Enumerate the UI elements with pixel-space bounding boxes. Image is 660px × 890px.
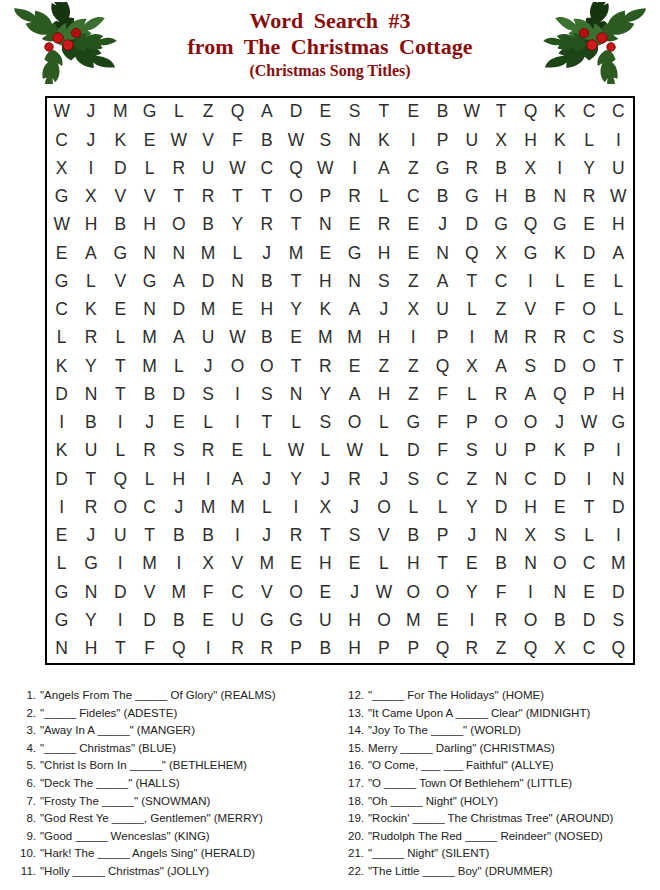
grid-cell-r20c11[interactable]: H bbox=[340, 635, 369, 663]
grid-cell-r16c6[interactable]: B bbox=[193, 522, 222, 550]
grid-cell-r3c7[interactable]: W bbox=[223, 155, 252, 183]
grid-cell-r11c9[interactable]: N bbox=[281, 381, 310, 409]
grid-cell-r12c20[interactable]: G bbox=[604, 409, 633, 437]
grid-cell-r11c20[interactable]: H bbox=[604, 381, 633, 409]
grid-cell-r17c5[interactable]: I bbox=[164, 550, 193, 578]
grid-cell-r4c15[interactable]: G bbox=[457, 183, 486, 211]
grid-cell-r8c2[interactable]: K bbox=[76, 296, 105, 324]
grid-cell-r6c6[interactable]: M bbox=[193, 239, 222, 267]
grid-cell-r13c16[interactable]: U bbox=[486, 437, 515, 465]
grid-cell-r2c1[interactable]: C bbox=[47, 126, 76, 154]
grid-cell-r10c14[interactable]: Q bbox=[428, 352, 457, 380]
grid-cell-r2c4[interactable]: E bbox=[135, 126, 164, 154]
grid-cell-r11c6[interactable]: S bbox=[193, 381, 222, 409]
grid-cell-r1c15[interactable]: W bbox=[457, 98, 486, 126]
grid-cell-r12c2[interactable]: B bbox=[76, 409, 105, 437]
grid-cell-r4c6[interactable]: R bbox=[193, 183, 222, 211]
grid-cell-r16c3[interactable]: U bbox=[106, 522, 135, 550]
grid-cell-r6c12[interactable]: H bbox=[369, 239, 398, 267]
grid-cell-r7c11[interactable]: N bbox=[340, 268, 369, 296]
grid-cell-r5c18[interactable]: G bbox=[545, 211, 574, 239]
grid-cell-r11c4[interactable]: B bbox=[135, 381, 164, 409]
grid-cell-r17c18[interactable]: O bbox=[545, 550, 574, 578]
grid-cell-r1c8[interactable]: A bbox=[252, 98, 281, 126]
grid-cell-r15c1[interactable]: I bbox=[47, 494, 76, 522]
grid-cell-r2c7[interactable]: F bbox=[223, 126, 252, 154]
grid-cell-r4c19[interactable]: R bbox=[574, 183, 603, 211]
grid-cell-r17c20[interactable]: M bbox=[604, 550, 633, 578]
grid-cell-r8c6[interactable]: M bbox=[193, 296, 222, 324]
grid-cell-r3c15[interactable]: R bbox=[457, 155, 486, 183]
grid-cell-r6c1[interactable]: E bbox=[47, 239, 76, 267]
grid-cell-r9c16[interactable]: M bbox=[486, 324, 515, 352]
grid-cell-r4c3[interactable]: V bbox=[106, 183, 135, 211]
grid-cell-r2c17[interactable]: H bbox=[516, 126, 545, 154]
grid-cell-r6c14[interactable]: N bbox=[428, 239, 457, 267]
grid-cell-r2c20[interactable]: I bbox=[604, 126, 633, 154]
grid-cell-r20c13[interactable]: P bbox=[399, 635, 428, 663]
grid-cell-r9c10[interactable]: M bbox=[311, 324, 340, 352]
grid-cell-r9c12[interactable]: H bbox=[369, 324, 398, 352]
grid-cell-r19c17[interactable]: O bbox=[516, 607, 545, 635]
grid-cell-r14c19[interactable]: I bbox=[574, 465, 603, 493]
grid-cell-r9c3[interactable]: L bbox=[106, 324, 135, 352]
grid-cell-r6c15[interactable]: Q bbox=[457, 239, 486, 267]
grid-cell-r19c19[interactable]: D bbox=[574, 607, 603, 635]
grid-cell-r18c4[interactable]: V bbox=[135, 578, 164, 606]
grid-cell-r7c6[interactable]: D bbox=[193, 268, 222, 296]
grid-cell-r11c2[interactable]: N bbox=[76, 381, 105, 409]
grid-cell-r15c11[interactable]: J bbox=[340, 494, 369, 522]
grid-cell-r17c14[interactable]: T bbox=[428, 550, 457, 578]
grid-cell-r16c15[interactable]: J bbox=[457, 522, 486, 550]
grid-cell-r14c15[interactable]: Z bbox=[457, 465, 486, 493]
grid-cell-r5c16[interactable]: G bbox=[486, 211, 515, 239]
grid-cell-r8c17[interactable]: V bbox=[516, 296, 545, 324]
grid-cell-r20c4[interactable]: F bbox=[135, 635, 164, 663]
grid-cell-r7c9[interactable]: T bbox=[281, 268, 310, 296]
grid-cell-r7c17[interactable]: I bbox=[516, 268, 545, 296]
grid-cell-r14c7[interactable]: A bbox=[223, 465, 252, 493]
grid-cell-r18c18[interactable]: N bbox=[545, 578, 574, 606]
grid-cell-r15c17[interactable]: H bbox=[516, 494, 545, 522]
grid-cell-r4c12[interactable]: L bbox=[369, 183, 398, 211]
grid-cell-r12c19[interactable]: W bbox=[574, 409, 603, 437]
grid-cell-r10c1[interactable]: K bbox=[47, 352, 76, 380]
grid-cell-r8c7[interactable]: E bbox=[223, 296, 252, 324]
grid-cell-r12c10[interactable]: S bbox=[311, 409, 340, 437]
grid-cell-r6c11[interactable]: G bbox=[340, 239, 369, 267]
grid-cell-r13c14[interactable]: F bbox=[428, 437, 457, 465]
grid-cell-r12c7[interactable]: I bbox=[223, 409, 252, 437]
grid-cell-r4c2[interactable]: X bbox=[76, 183, 105, 211]
grid-cell-r14c20[interactable]: N bbox=[604, 465, 633, 493]
grid-cell-r17c7[interactable]: V bbox=[223, 550, 252, 578]
grid-cell-r11c14[interactable]: F bbox=[428, 381, 457, 409]
grid-cell-r4c17[interactable]: B bbox=[516, 183, 545, 211]
grid-cell-r13c18[interactable]: K bbox=[545, 437, 574, 465]
grid-cell-r2c19[interactable]: L bbox=[574, 126, 603, 154]
grid-cell-r12c12[interactable]: L bbox=[369, 409, 398, 437]
grid-cell-r7c8[interactable]: B bbox=[252, 268, 281, 296]
grid-cell-r5c1[interactable]: W bbox=[47, 211, 76, 239]
grid-cell-r11c5[interactable]: D bbox=[164, 381, 193, 409]
grid-cell-r8c4[interactable]: N bbox=[135, 296, 164, 324]
grid-cell-r19c7[interactable]: U bbox=[223, 607, 252, 635]
grid-cell-r15c16[interactable]: D bbox=[486, 494, 515, 522]
grid-cell-r9c1[interactable]: L bbox=[47, 324, 76, 352]
grid-cell-r3c12[interactable]: A bbox=[369, 155, 398, 183]
grid-cell-r14c4[interactable]: L bbox=[135, 465, 164, 493]
grid-cell-r6c17[interactable]: G bbox=[516, 239, 545, 267]
grid-cell-r9c8[interactable]: B bbox=[252, 324, 281, 352]
grid-cell-r8c3[interactable]: E bbox=[106, 296, 135, 324]
grid-cell-r18c8[interactable]: V bbox=[252, 578, 281, 606]
grid-cell-r12c18[interactable]: J bbox=[545, 409, 574, 437]
grid-cell-r20c14[interactable]: Q bbox=[428, 635, 457, 663]
grid-cell-r6c2[interactable]: A bbox=[76, 239, 105, 267]
grid-cell-r7c3[interactable]: V bbox=[106, 268, 135, 296]
grid-cell-r8c13[interactable]: X bbox=[399, 296, 428, 324]
grid-cell-r19c6[interactable]: E bbox=[193, 607, 222, 635]
grid-cell-r6c16[interactable]: X bbox=[486, 239, 515, 267]
grid-cell-r13c1[interactable]: K bbox=[47, 437, 76, 465]
grid-cell-r19c9[interactable]: G bbox=[281, 607, 310, 635]
grid-cell-r19c2[interactable]: Y bbox=[76, 607, 105, 635]
grid-cell-r2c9[interactable]: W bbox=[281, 126, 310, 154]
grid-cell-r18c3[interactable]: D bbox=[106, 578, 135, 606]
grid-cell-r20c6[interactable]: I bbox=[193, 635, 222, 663]
grid-cell-r16c10[interactable]: T bbox=[311, 522, 340, 550]
grid-cell-r10c7[interactable]: O bbox=[223, 352, 252, 380]
grid-cell-r8c19[interactable]: O bbox=[574, 296, 603, 324]
grid-cell-r10c4[interactable]: M bbox=[135, 352, 164, 380]
grid-cell-r6c10[interactable]: E bbox=[311, 239, 340, 267]
grid-cell-r4c1[interactable]: G bbox=[47, 183, 76, 211]
grid-cell-r10c2[interactable]: Y bbox=[76, 352, 105, 380]
grid-cell-r2c16[interactable]: X bbox=[486, 126, 515, 154]
grid-cell-r8c9[interactable]: Y bbox=[281, 296, 310, 324]
grid-cell-r18c13[interactable]: O bbox=[399, 578, 428, 606]
grid-cell-r7c12[interactable]: S bbox=[369, 268, 398, 296]
grid-cell-r15c15[interactable]: Y bbox=[457, 494, 486, 522]
grid-cell-r1c7[interactable]: Q bbox=[223, 98, 252, 126]
grid-cell-r3c11[interactable]: I bbox=[340, 155, 369, 183]
grid-cell-r1c3[interactable]: M bbox=[106, 98, 135, 126]
grid-cell-r14c10[interactable]: J bbox=[311, 465, 340, 493]
grid-cell-r7c15[interactable]: T bbox=[457, 268, 486, 296]
grid-cell-r3c6[interactable]: U bbox=[193, 155, 222, 183]
grid-cell-r4c9[interactable]: O bbox=[281, 183, 310, 211]
grid-cell-r10c6[interactable]: J bbox=[193, 352, 222, 380]
grid-cell-r14c2[interactable]: T bbox=[76, 465, 105, 493]
grid-cell-r14c9[interactable]: Y bbox=[281, 465, 310, 493]
grid-cell-r14c16[interactable]: N bbox=[486, 465, 515, 493]
grid-cell-r6c7[interactable]: L bbox=[223, 239, 252, 267]
grid-cell-r10c17[interactable]: S bbox=[516, 352, 545, 380]
grid-cell-r20c20[interactable]: Q bbox=[604, 635, 633, 663]
grid-cell-r15c9[interactable]: I bbox=[281, 494, 310, 522]
grid-cell-r10c11[interactable]: E bbox=[340, 352, 369, 380]
grid-cell-r3c19[interactable]: Y bbox=[574, 155, 603, 183]
grid-cell-r11c13[interactable]: Z bbox=[399, 381, 428, 409]
grid-cell-r7c20[interactable]: L bbox=[604, 268, 633, 296]
grid-cell-r15c20[interactable]: D bbox=[604, 494, 633, 522]
grid-cell-r15c13[interactable]: L bbox=[399, 494, 428, 522]
grid-cell-r16c11[interactable]: S bbox=[340, 522, 369, 550]
grid-cell-r6c3[interactable]: G bbox=[106, 239, 135, 267]
grid-cell-r20c10[interactable]: B bbox=[311, 635, 340, 663]
grid-cell-r9c2[interactable]: R bbox=[76, 324, 105, 352]
grid-cell-r16c17[interactable]: X bbox=[516, 522, 545, 550]
grid-cell-r17c16[interactable]: B bbox=[486, 550, 515, 578]
grid-cell-r4c4[interactable]: V bbox=[135, 183, 164, 211]
grid-cell-r9c9[interactable]: E bbox=[281, 324, 310, 352]
grid-cell-r14c11[interactable]: R bbox=[340, 465, 369, 493]
grid-cell-r7c1[interactable]: G bbox=[47, 268, 76, 296]
grid-cell-r16c2[interactable]: J bbox=[76, 522, 105, 550]
grid-cell-r9c5[interactable]: A bbox=[164, 324, 193, 352]
grid-cell-r13c8[interactable]: L bbox=[252, 437, 281, 465]
grid-cell-r5c11[interactable]: E bbox=[340, 211, 369, 239]
grid-cell-r12c14[interactable]: F bbox=[428, 409, 457, 437]
grid-cell-r11c17[interactable]: A bbox=[516, 381, 545, 409]
grid-cell-r13c11[interactable]: W bbox=[340, 437, 369, 465]
grid-cell-r12c8[interactable]: T bbox=[252, 409, 281, 437]
grid-cell-r11c15[interactable]: L bbox=[457, 381, 486, 409]
grid-cell-r3c8[interactable]: C bbox=[252, 155, 281, 183]
grid-cell-r10c12[interactable]: Z bbox=[369, 352, 398, 380]
grid-cell-r4c16[interactable]: H bbox=[486, 183, 515, 211]
grid-cell-r5c12[interactable]: R bbox=[369, 211, 398, 239]
grid-cell-r3c3[interactable]: D bbox=[106, 155, 135, 183]
grid-cell-r17c11[interactable]: E bbox=[340, 550, 369, 578]
grid-cell-r9c20[interactable]: S bbox=[604, 324, 633, 352]
grid-cell-r3c1[interactable]: X bbox=[47, 155, 76, 183]
grid-cell-r8c14[interactable]: U bbox=[428, 296, 457, 324]
grid-cell-r15c2[interactable]: R bbox=[76, 494, 105, 522]
grid-cell-r2c10[interactable]: S bbox=[311, 126, 340, 154]
grid-cell-r14c14[interactable]: C bbox=[428, 465, 457, 493]
grid-cell-r18c2[interactable]: N bbox=[76, 578, 105, 606]
grid-cell-r16c18[interactable]: S bbox=[545, 522, 574, 550]
grid-cell-r18c14[interactable]: O bbox=[428, 578, 457, 606]
grid-cell-r1c9[interactable]: D bbox=[281, 98, 310, 126]
grid-cell-r2c13[interactable]: I bbox=[399, 126, 428, 154]
grid-cell-r17c3[interactable]: I bbox=[106, 550, 135, 578]
grid-cell-r11c10[interactable]: Y bbox=[311, 381, 340, 409]
grid-cell-r17c8[interactable]: M bbox=[252, 550, 281, 578]
grid-cell-r2c8[interactable]: B bbox=[252, 126, 281, 154]
grid-cell-r12c5[interactable]: E bbox=[164, 409, 193, 437]
grid-cell-r4c10[interactable]: P bbox=[311, 183, 340, 211]
grid-cell-r7c19[interactable]: E bbox=[574, 268, 603, 296]
grid-cell-r19c12[interactable]: O bbox=[369, 607, 398, 635]
grid-cell-r1c20[interactable]: C bbox=[604, 98, 633, 126]
grid-cell-r18c10[interactable]: E bbox=[311, 578, 340, 606]
grid-cell-r2c14[interactable]: P bbox=[428, 126, 457, 154]
grid-cell-r12c17[interactable]: O bbox=[516, 409, 545, 437]
grid-cell-r7c2[interactable]: L bbox=[76, 268, 105, 296]
grid-cell-r6c5[interactable]: N bbox=[164, 239, 193, 267]
grid-cell-r1c16[interactable]: T bbox=[486, 98, 515, 126]
grid-cell-r20c7[interactable]: R bbox=[223, 635, 252, 663]
grid-cell-r7c14[interactable]: A bbox=[428, 268, 457, 296]
grid-cell-r19c20[interactable]: S bbox=[604, 607, 633, 635]
grid-cell-r19c15[interactable]: I bbox=[457, 607, 486, 635]
grid-cell-r5c4[interactable]: H bbox=[135, 211, 164, 239]
grid-cell-r11c3[interactable]: T bbox=[106, 381, 135, 409]
grid-cell-r1c12[interactable]: T bbox=[369, 98, 398, 126]
grid-cell-r18c17[interactable]: I bbox=[516, 578, 545, 606]
grid-cell-r10c16[interactable]: A bbox=[486, 352, 515, 380]
grid-cell-r7c16[interactable]: C bbox=[486, 268, 515, 296]
grid-cell-r4c13[interactable]: C bbox=[399, 183, 428, 211]
grid-cell-r20c5[interactable]: Q bbox=[164, 635, 193, 663]
grid-cell-r20c9[interactable]: P bbox=[281, 635, 310, 663]
grid-cell-r18c16[interactable]: F bbox=[486, 578, 515, 606]
grid-cell-r5c19[interactable]: E bbox=[574, 211, 603, 239]
grid-cell-r13c5[interactable]: S bbox=[164, 437, 193, 465]
grid-cell-r16c1[interactable]: E bbox=[47, 522, 76, 550]
grid-cell-r20c3[interactable]: T bbox=[106, 635, 135, 663]
grid-cell-r5c9[interactable]: T bbox=[281, 211, 310, 239]
grid-cell-r10c20[interactable]: T bbox=[604, 352, 633, 380]
grid-cell-r19c11[interactable]: H bbox=[340, 607, 369, 635]
grid-cell-r2c5[interactable]: W bbox=[164, 126, 193, 154]
grid-cell-r5c14[interactable]: J bbox=[428, 211, 457, 239]
grid-cell-r5c15[interactable]: D bbox=[457, 211, 486, 239]
grid-cell-r7c13[interactable]: Z bbox=[399, 268, 428, 296]
grid-cell-r4c18[interactable]: N bbox=[545, 183, 574, 211]
grid-cell-r6c4[interactable]: N bbox=[135, 239, 164, 267]
grid-cell-r7c10[interactable]: H bbox=[311, 268, 340, 296]
grid-cell-r8c18[interactable]: F bbox=[545, 296, 574, 324]
grid-cell-r15c6[interactable]: M bbox=[193, 494, 222, 522]
grid-cell-r17c15[interactable]: E bbox=[457, 550, 486, 578]
grid-cell-r17c2[interactable]: G bbox=[76, 550, 105, 578]
grid-cell-r18c9[interactable]: O bbox=[281, 578, 310, 606]
grid-cell-r1c1[interactable]: W bbox=[47, 98, 76, 126]
grid-cell-r9c15[interactable]: I bbox=[457, 324, 486, 352]
grid-cell-r17c12[interactable]: L bbox=[369, 550, 398, 578]
grid-cell-r13c9[interactable]: W bbox=[281, 437, 310, 465]
grid-cell-r18c7[interactable]: C bbox=[223, 578, 252, 606]
grid-cell-r17c9[interactable]: E bbox=[281, 550, 310, 578]
grid-cell-r16c8[interactable]: J bbox=[252, 522, 281, 550]
grid-cell-r18c15[interactable]: Y bbox=[457, 578, 486, 606]
grid-cell-r9c14[interactable]: P bbox=[428, 324, 457, 352]
grid-cell-r1c19[interactable]: C bbox=[574, 98, 603, 126]
grid-cell-r12c6[interactable]: L bbox=[193, 409, 222, 437]
grid-cell-r5c13[interactable]: E bbox=[399, 211, 428, 239]
grid-cell-r9c18[interactable]: R bbox=[545, 324, 574, 352]
grid-cell-r13c12[interactable]: L bbox=[369, 437, 398, 465]
grid-cell-r5c10[interactable]: N bbox=[311, 211, 340, 239]
grid-cell-r8c10[interactable]: K bbox=[311, 296, 340, 324]
grid-cell-r17c17[interactable]: N bbox=[516, 550, 545, 578]
grid-cell-r7c5[interactable]: A bbox=[164, 268, 193, 296]
grid-cell-r20c2[interactable]: H bbox=[76, 635, 105, 663]
grid-cell-r8c5[interactable]: D bbox=[164, 296, 193, 324]
grid-cell-r9c11[interactable]: M bbox=[340, 324, 369, 352]
grid-cell-r20c19[interactable]: C bbox=[574, 635, 603, 663]
grid-cell-r16c16[interactable]: N bbox=[486, 522, 515, 550]
grid-cell-r7c7[interactable]: N bbox=[223, 268, 252, 296]
grid-cell-r14c6[interactable]: I bbox=[193, 465, 222, 493]
grid-cell-r12c16[interactable]: O bbox=[486, 409, 515, 437]
grid-cell-r16c14[interactable]: P bbox=[428, 522, 457, 550]
grid-cell-r10c3[interactable]: T bbox=[106, 352, 135, 380]
grid-cell-r13c10[interactable]: L bbox=[311, 437, 340, 465]
grid-cell-r6c13[interactable]: E bbox=[399, 239, 428, 267]
grid-cell-r19c18[interactable]: B bbox=[545, 607, 574, 635]
grid-cell-r4c7[interactable]: T bbox=[223, 183, 252, 211]
grid-cell-r20c12[interactable]: P bbox=[369, 635, 398, 663]
grid-cell-r8c1[interactable]: C bbox=[47, 296, 76, 324]
grid-cell-r16c12[interactable]: V bbox=[369, 522, 398, 550]
grid-cell-r15c3[interactable]: O bbox=[106, 494, 135, 522]
grid-cell-r3c2[interactable]: I bbox=[76, 155, 105, 183]
grid-cell-r9c6[interactable]: U bbox=[193, 324, 222, 352]
grid-cell-r3c14[interactable]: G bbox=[428, 155, 457, 183]
grid-cell-r5c2[interactable]: H bbox=[76, 211, 105, 239]
grid-cell-r14c5[interactable]: H bbox=[164, 465, 193, 493]
grid-cell-r2c2[interactable]: J bbox=[76, 126, 105, 154]
grid-cell-r15c8[interactable]: L bbox=[252, 494, 281, 522]
grid-cell-r19c10[interactable]: U bbox=[311, 607, 340, 635]
grid-cell-r8c16[interactable]: Z bbox=[486, 296, 515, 324]
grid-cell-r11c18[interactable]: Q bbox=[545, 381, 574, 409]
grid-cell-r17c13[interactable]: H bbox=[399, 550, 428, 578]
grid-cell-r16c19[interactable]: L bbox=[574, 522, 603, 550]
grid-cell-r10c18[interactable]: D bbox=[545, 352, 574, 380]
grid-cell-r10c10[interactable]: R bbox=[311, 352, 340, 380]
grid-cell-r6c9[interactable]: M bbox=[281, 239, 310, 267]
grid-cell-r8c20[interactable]: L bbox=[604, 296, 633, 324]
grid-cell-r17c19[interactable]: C bbox=[574, 550, 603, 578]
grid-cell-r18c1[interactable]: G bbox=[47, 578, 76, 606]
grid-cell-r3c17[interactable]: X bbox=[516, 155, 545, 183]
grid-cell-r6c19[interactable]: D bbox=[574, 239, 603, 267]
grid-cell-r3c20[interactable]: U bbox=[604, 155, 633, 183]
grid-cell-r3c16[interactable]: B bbox=[486, 155, 515, 183]
grid-cell-r2c3[interactable]: K bbox=[106, 126, 135, 154]
grid-cell-r17c6[interactable]: X bbox=[193, 550, 222, 578]
grid-cell-r2c15[interactable]: U bbox=[457, 126, 486, 154]
grid-cell-r15c5[interactable]: J bbox=[164, 494, 193, 522]
grid-cell-r14c3[interactable]: Q bbox=[106, 465, 135, 493]
grid-cell-r9c19[interactable]: C bbox=[574, 324, 603, 352]
grid-cell-r16c4[interactable]: T bbox=[135, 522, 164, 550]
grid-cell-r1c18[interactable]: K bbox=[545, 98, 574, 126]
grid-cell-r10c5[interactable]: L bbox=[164, 352, 193, 380]
grid-cell-r20c8[interactable]: R bbox=[252, 635, 281, 663]
grid-cell-r8c12[interactable]: J bbox=[369, 296, 398, 324]
grid-cell-r13c15[interactable]: S bbox=[457, 437, 486, 465]
grid-cell-r14c8[interactable]: J bbox=[252, 465, 281, 493]
grid-cell-r4c11[interactable]: R bbox=[340, 183, 369, 211]
grid-cell-r3c13[interactable]: Z bbox=[399, 155, 428, 183]
grid-cell-r4c5[interactable]: T bbox=[164, 183, 193, 211]
grid-cell-r7c4[interactable]: G bbox=[135, 268, 164, 296]
grid-cell-r20c15[interactable]: R bbox=[457, 635, 486, 663]
grid-cell-r9c17[interactable]: R bbox=[516, 324, 545, 352]
grid-cell-r13c19[interactable]: P bbox=[574, 437, 603, 465]
grid-cell-r5c6[interactable]: B bbox=[193, 211, 222, 239]
grid-cell-r19c1[interactable]: G bbox=[47, 607, 76, 635]
grid-cell-r10c13[interactable]: Z bbox=[399, 352, 428, 380]
